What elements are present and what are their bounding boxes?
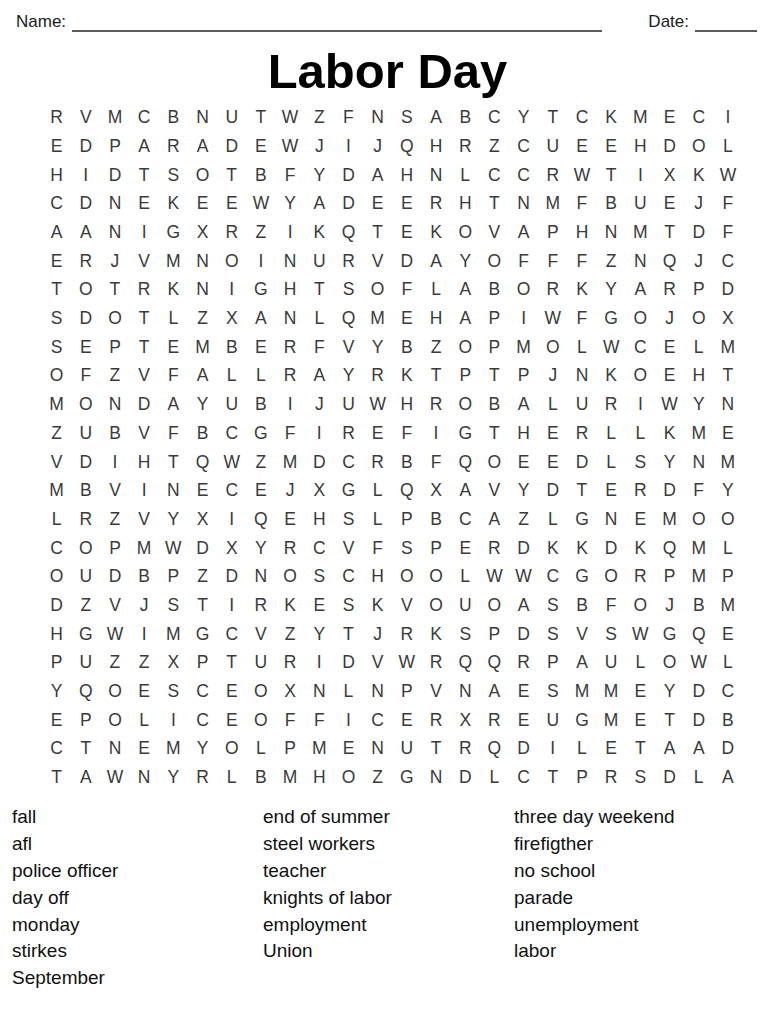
grid-cell: A [567,649,596,678]
grid-cell: V [567,620,596,649]
grid-cell: K [567,534,596,563]
grid-cell: L [713,132,742,161]
grid-cell: F [509,247,538,276]
grid-cell: M [597,677,626,706]
grid-cell: L [567,333,596,362]
grid-cell: E [42,706,71,735]
grid-cell: O [626,362,655,391]
grid-cell: W [246,190,275,219]
word-list-item: monday [12,912,263,939]
grid-cell: Y [334,362,363,391]
grid-cell: F [276,161,305,190]
grid-cell: M [276,448,305,477]
grid-cell: C [42,534,71,563]
grid-cell: O [480,448,509,477]
grid-cell: Q [188,448,217,477]
grid-cell: S [42,333,71,362]
grid-cell: C [626,333,655,362]
grid-cell: N [100,390,129,419]
grid-cell: A [42,218,71,247]
grid-cell: W [538,304,567,333]
grid-cell: Y [509,103,538,132]
grid-cell: M [42,390,71,419]
grid-cell: N [363,677,392,706]
grid-cell: E [509,706,538,735]
grid-cell: T [626,735,655,764]
grid-cell: E [392,706,421,735]
grid-cell: T [363,218,392,247]
grid-cell: Q [480,649,509,678]
grid-cell: E [188,190,217,219]
grid-cell: B [567,591,596,620]
grid-cell: U [538,706,567,735]
grid-cell: P [159,562,188,591]
grid-cell: N [567,362,596,391]
word-list-item: teacher [263,858,514,885]
grid-cell: O [217,735,246,764]
grid-cell: Z [480,132,509,161]
grid-cell: H [363,562,392,591]
grid-cell: G [71,620,100,649]
grid-cell: L [130,706,159,735]
grid-cell: U [71,562,100,591]
grid-cell: V [363,649,392,678]
grid-cell: D [538,476,567,505]
grid-cell: M [538,190,567,219]
grid-cell: S [538,677,567,706]
grid-cell: V [130,419,159,448]
grid-cell: R [597,763,626,792]
grid-cell: O [451,333,480,362]
grid-cell: Z [421,333,450,362]
grid-cell: S [392,103,421,132]
grid-cell: O [392,562,421,591]
grid-cell: H [305,505,334,534]
word-list-item: three day weekend [514,804,765,831]
grid-cell: A [451,304,480,333]
grid-cell: R [421,190,450,219]
grid-cell: E [188,476,217,505]
grid-cell: N [713,390,742,419]
grid-cell: F [159,419,188,448]
grid-cell: P [480,333,509,362]
grid-cell: N [188,103,217,132]
grid-cell: K [626,534,655,563]
grid-cell: B [392,448,421,477]
grid-cell: W [392,649,421,678]
grid-cell: F [305,706,334,735]
grid-cell: L [713,649,742,678]
grid-cell: T [480,362,509,391]
grid-cell: L [597,448,626,477]
grid-cell: R [42,103,71,132]
grid-cell: M [159,735,188,764]
grid-cell: A [421,103,450,132]
grid-cell: L [684,333,713,362]
grid-cell: Q [246,505,275,534]
grid-cell: M [276,763,305,792]
grid-cell: K [597,103,626,132]
grid-cell: R [71,247,100,276]
grid-cell: O [71,534,100,563]
grid-cell: N [597,218,626,247]
grid-cell: W [159,534,188,563]
grid-cell: D [100,562,129,591]
grid-cell: O [597,562,626,591]
grid-cell: H [305,763,334,792]
grid-cell: W [100,763,129,792]
grid-cell: X [276,677,305,706]
grid-cell: E [130,190,159,219]
grid-cell: D [392,247,421,276]
grid-cell: M [626,218,655,247]
grid-cell: N [159,476,188,505]
grid-cell: T [42,763,71,792]
grid-cell: L [451,161,480,190]
grid-cell: I [626,390,655,419]
grid-cell: P [392,677,421,706]
grid-cell: U [597,649,626,678]
grid-cell: B [684,591,713,620]
grid-cell: C [509,161,538,190]
grid-cell: W [567,161,596,190]
grid-cell: A [305,190,334,219]
grid-cell: N [684,448,713,477]
grid-cell: E [217,706,246,735]
grid-cell: J [305,132,334,161]
grid-cell: C [509,132,538,161]
grid-cell: P [421,534,450,563]
grid-cell: Q [451,649,480,678]
grid-cell: E [246,333,275,362]
grid-cell: I [334,706,363,735]
grid-cell: A [71,218,100,247]
grid-cell: K [276,591,305,620]
grid-cell: R [217,218,246,247]
grid-cell: E [42,132,71,161]
grid-cell: B [159,103,188,132]
grid-cell: N [509,190,538,219]
word-list-item: firefigther [514,831,765,858]
grid-cell: L [684,763,713,792]
grid-cell: P [538,649,567,678]
grid-cell: W [276,132,305,161]
grid-cell: S [597,620,626,649]
grid-cell: T [188,591,217,620]
grid-cell: D [655,132,684,161]
grid-cell: A [305,362,334,391]
grid-cell: M [42,476,71,505]
grid-cell: E [626,677,655,706]
grid-cell: I [626,161,655,190]
grid-cell: C [217,620,246,649]
grid-cell: S [159,161,188,190]
grid-cell: P [509,362,538,391]
grid-cell: F [421,448,450,477]
grid-cell: P [100,534,129,563]
grid-cell: Q [480,735,509,764]
grid-cell: R [597,390,626,419]
word-list-item: Union [263,938,514,965]
grid-cell: J [684,190,713,219]
grid-cell: O [42,562,71,591]
grid-cell: E [597,476,626,505]
grid-cell: E [392,304,421,333]
grid-cell: Z [188,562,217,591]
grid-cell: N [188,276,217,305]
worksheet-page: Name: Date: Labor Day RVMCBNUTWZFNSABCYT… [0,0,775,1028]
grid-cell: C [42,735,71,764]
grid-cell: P [567,763,596,792]
grid-cell: A [188,362,217,391]
grid-cell: T [421,735,450,764]
grid-cell: D [42,591,71,620]
grid-cell: D [713,276,742,305]
grid-cell: T [217,161,246,190]
grid-cell: X [159,649,188,678]
grid-cell: A [451,276,480,305]
grid-cell: A [246,304,275,333]
grid-cell: N [421,161,450,190]
grid-cell: G [655,620,684,649]
grid-cell: B [130,562,159,591]
grid-cell: Z [246,448,275,477]
grid-cell: E [655,333,684,362]
grid-cell: R [626,562,655,591]
grid-cell: T [538,763,567,792]
grid-cell: O [538,333,567,362]
grid-cell: Q [451,448,480,477]
grid-cell: N [276,304,305,333]
grid-cell: N [100,735,129,764]
grid-cell: Y [597,276,626,305]
grid-cell: R [480,706,509,735]
grid-cell: M [363,304,392,333]
grid-cell: R [130,276,159,305]
grid-cell: O [42,362,71,391]
grid-cell: J [363,620,392,649]
grid-cell: E [363,419,392,448]
grid-cell: B [217,333,246,362]
word-list-item: parade [514,885,765,912]
grid-cell: N [305,677,334,706]
grid-cell: P [655,562,684,591]
grid-cell: D [684,218,713,247]
grid-cell: M [509,333,538,362]
grid-cell: U [217,103,246,132]
grid-cell: O [684,505,713,534]
grid-cell: S [538,620,567,649]
grid-cell: Z [42,419,71,448]
grid-cell: E [246,476,275,505]
grid-cell: K [421,620,450,649]
grid-cell: F [567,247,596,276]
grid-cell: O [655,649,684,678]
grid-cell: O [451,218,480,247]
grid-cell: D [713,735,742,764]
grid-cell: L [597,419,626,448]
grid-cell: D [684,677,713,706]
grid-cell: Y [188,390,217,419]
grid-cell: W [363,390,392,419]
grid-cell: E [626,706,655,735]
grid-cell: R [246,591,275,620]
word-list-item: afl [12,831,263,858]
grid-cell: G [246,419,275,448]
grid-cell: N [100,190,129,219]
grid-cell: I [713,103,742,132]
grid-cell: Q [334,304,363,333]
grid-cell: M [100,103,129,132]
word-list-item: steel workers [263,831,514,858]
grid-cell: V [363,247,392,276]
grid-cell: S [42,304,71,333]
grid-cell: E [334,735,363,764]
grid-cell: V [130,247,159,276]
grid-cell: Z [363,763,392,792]
grid-cell: J [655,304,684,333]
grid-cell: N [451,677,480,706]
grid-cell: L [626,649,655,678]
grid-cell: O [188,161,217,190]
grid-cell: K [363,591,392,620]
grid-cell: R [276,362,305,391]
word-list-item: fall [12,804,263,831]
grid-cell: Y [276,190,305,219]
grid-cell: Q [71,677,100,706]
grid-cell: T [246,103,275,132]
grid-cell: Z [130,649,159,678]
grid-cell: T [480,190,509,219]
grid-cell: E [159,333,188,362]
grid-cell: D [509,735,538,764]
grid-cell: Z [509,505,538,534]
grid-cell: U [334,390,363,419]
worksheet-header: Name: Date: [0,0,775,32]
grid-cell: Y [509,476,538,505]
grid-cell: R [363,362,392,391]
grid-cell: F [538,247,567,276]
grid-cell: K [159,190,188,219]
grid-cell: H [509,419,538,448]
grid-cell: F [363,534,392,563]
grid-cell: O [713,505,742,534]
grid-cell: L [363,476,392,505]
grid-cell: A [713,763,742,792]
grid-cell: F [159,362,188,391]
grid-cell: Z [276,620,305,649]
grid-cell: I [217,505,246,534]
grid-cell: Z [246,218,275,247]
grid-cell: C [334,448,363,477]
grid-cell: N [626,247,655,276]
grid-cell: S [159,591,188,620]
grid-cell: W [100,620,129,649]
grid-cell: H [392,161,421,190]
grid-cell: P [684,276,713,305]
grid-cell: T [538,103,567,132]
grid-cell: E [217,677,246,706]
grid-cell: B [188,419,217,448]
grid-cell: V [392,591,421,620]
word-list-column: end of summersteel workersteacherknights… [263,804,514,992]
grid-cell: R [159,132,188,161]
grid-cell: V [42,448,71,477]
grid-cell: D [71,132,100,161]
grid-cell: O [276,562,305,591]
page-title: Labor Day [0,46,775,97]
grid-cell: G [567,562,596,591]
grid-cell: Q [655,534,684,563]
grid-cell: I [246,247,275,276]
grid-cell: I [159,706,188,735]
grid-cell: L [538,505,567,534]
grid-cell: B [597,190,626,219]
grid-cell: M [684,534,713,563]
grid-cell: A [509,218,538,247]
grid-cell: V [334,333,363,362]
grid-cell: H [451,190,480,219]
word-list-item: stirkes [12,938,263,965]
grid-cell: C [509,763,538,792]
grid-cell: E [392,190,421,219]
grid-cell: X [217,534,246,563]
grid-cell: G [567,505,596,534]
grid-cell: D [217,562,246,591]
grid-cell: A [626,276,655,305]
grid-cell: L [305,304,334,333]
grid-cell: I [305,419,334,448]
grid-cell: S [451,620,480,649]
grid-cell: P [100,132,129,161]
grid-cell: E [626,505,655,534]
grid-cell: D [71,304,100,333]
grid-cell: P [71,706,100,735]
grid-cell: Y [159,763,188,792]
grid-cell: L [480,763,509,792]
grid-cell: M [130,534,159,563]
grid-cell: P [480,304,509,333]
grid-cell: F [305,333,334,362]
grid-cell: I [130,476,159,505]
grid-cell: S [626,763,655,792]
grid-cell: T [334,620,363,649]
grid-cell: F [567,304,596,333]
grid-cell: L [246,362,275,391]
grid-cell: O [509,276,538,305]
grid-cell: D [305,448,334,477]
grid-cell: Y [713,476,742,505]
grid-cell: E [363,190,392,219]
grid-cell: K [597,362,626,391]
grid-cell: C [334,562,363,591]
name-label: Name: [16,12,72,32]
grid-cell: Y [684,390,713,419]
grid-cell: R [538,276,567,305]
grid-cell: R [276,333,305,362]
grid-cell: Q [684,620,713,649]
grid-cell: J [655,591,684,620]
grid-cell: F [713,218,742,247]
grid-cell: Y [655,677,684,706]
grid-cell: W [509,562,538,591]
grid-cell: M [305,735,334,764]
grid-cell: H [276,276,305,305]
grid-cell: O [71,390,100,419]
grid-cell: O [100,677,129,706]
grid-cell: D [334,190,363,219]
grid-cell: F [597,591,626,620]
